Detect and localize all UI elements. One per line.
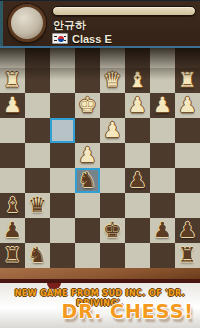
square[interactable]: ♟ bbox=[175, 218, 200, 243]
player-info-bar: 안규하 Class E bbox=[0, 0, 200, 46]
square[interactable] bbox=[175, 193, 200, 218]
square[interactable] bbox=[150, 168, 175, 193]
square[interactable] bbox=[0, 143, 25, 168]
black-king-piece[interactable]: ♚ bbox=[103, 219, 122, 242]
korea-flag-icon bbox=[52, 33, 68, 44]
square[interactable]: ♛ bbox=[25, 193, 50, 218]
black-queen-piece[interactable]: ♛ bbox=[28, 194, 47, 217]
square[interactable]: ♜ bbox=[175, 68, 200, 93]
square[interactable]: ♟ bbox=[150, 93, 175, 118]
square[interactable] bbox=[25, 93, 50, 118]
square[interactable] bbox=[50, 168, 75, 193]
square[interactable]: ♟ bbox=[150, 218, 175, 243]
square[interactable]: ♟ bbox=[175, 93, 200, 118]
square[interactable] bbox=[50, 118, 75, 143]
square[interactable] bbox=[25, 218, 50, 243]
square[interactable] bbox=[50, 193, 75, 218]
square[interactable]: ♛ bbox=[100, 68, 125, 93]
square[interactable]: ♜ bbox=[0, 68, 25, 93]
black-bishop-piece[interactable]: ♝ bbox=[3, 194, 22, 217]
ad-banner-line2: DR. CHESS! bbox=[0, 299, 194, 322]
white-queen-piece[interactable]: ♛ bbox=[103, 69, 122, 92]
avatar[interactable] bbox=[8, 4, 46, 42]
square[interactable] bbox=[100, 243, 125, 268]
white-rook-piece[interactable]: ♜ bbox=[3, 69, 22, 92]
black-rook-piece[interactable]: ♜ bbox=[3, 244, 22, 267]
square[interactable] bbox=[125, 243, 150, 268]
square[interactable] bbox=[150, 143, 175, 168]
square[interactable]: ♟ bbox=[75, 143, 100, 168]
square[interactable] bbox=[75, 243, 100, 268]
square[interactable] bbox=[125, 218, 150, 243]
square[interactable] bbox=[175, 168, 200, 193]
square[interactable] bbox=[150, 68, 175, 93]
square[interactable]: ♜ bbox=[0, 243, 25, 268]
square[interactable] bbox=[75, 68, 100, 93]
square[interactable] bbox=[25, 118, 50, 143]
square[interactable]: ♞ bbox=[75, 168, 100, 193]
black-knight-piece[interactable]: ♞ bbox=[78, 169, 97, 192]
square[interactable] bbox=[100, 168, 125, 193]
square[interactable]: ♟ bbox=[0, 218, 25, 243]
square[interactable]: ♚ bbox=[75, 93, 100, 118]
black-rook-piece[interactable]: ♜ bbox=[178, 244, 197, 267]
black-pawn-piece[interactable]: ♟ bbox=[128, 169, 147, 192]
square[interactable] bbox=[25, 68, 50, 93]
square[interactable] bbox=[100, 143, 125, 168]
square[interactable] bbox=[125, 143, 150, 168]
square[interactable] bbox=[25, 143, 50, 168]
square[interactable]: ♝ bbox=[125, 68, 150, 93]
square[interactable]: ♟ bbox=[0, 93, 25, 118]
square[interactable] bbox=[25, 168, 50, 193]
square[interactable] bbox=[50, 143, 75, 168]
square[interactable]: ♚ bbox=[100, 218, 125, 243]
square[interactable] bbox=[75, 218, 100, 243]
white-pawn-piece[interactable]: ♟ bbox=[3, 94, 22, 117]
chess-board[interactable]: ♜♛♝♜♟♚♟♟♟♟♟♞♟♝♛♟♚♟♟♜♞♜ bbox=[0, 68, 200, 268]
black-pawn-piece[interactable]: ♟ bbox=[153, 219, 172, 242]
player-class-label: Class E bbox=[72, 33, 112, 45]
white-pawn-piece[interactable]: ♟ bbox=[78, 144, 97, 167]
black-knight-piece[interactable]: ♞ bbox=[28, 244, 47, 267]
player-name: 안규하 bbox=[53, 19, 193, 32]
square[interactable] bbox=[100, 93, 125, 118]
square[interactable]: ♝ bbox=[0, 193, 25, 218]
square[interactable] bbox=[0, 118, 25, 143]
square[interactable] bbox=[50, 93, 75, 118]
square[interactable]: ♟ bbox=[125, 93, 150, 118]
square[interactable] bbox=[175, 118, 200, 143]
white-bishop-piece[interactable]: ♝ bbox=[128, 69, 147, 92]
white-pawn-piece[interactable]: ♟ bbox=[103, 119, 122, 142]
black-pawn-piece[interactable]: ♟ bbox=[178, 219, 197, 242]
square[interactable]: ♟ bbox=[100, 118, 125, 143]
board-front-edge bbox=[0, 268, 200, 279]
square[interactable] bbox=[75, 118, 100, 143]
white-king-piece[interactable]: ♚ bbox=[78, 94, 97, 117]
square[interactable] bbox=[150, 118, 175, 143]
square[interactable] bbox=[50, 218, 75, 243]
square[interactable] bbox=[50, 68, 75, 93]
square[interactable]: ♞ bbox=[25, 243, 50, 268]
black-pawn-piece[interactable]: ♟ bbox=[3, 219, 22, 242]
screen-edge-strip bbox=[0, 1, 3, 47]
square[interactable] bbox=[150, 243, 175, 268]
square[interactable] bbox=[150, 193, 175, 218]
square[interactable] bbox=[50, 243, 75, 268]
square[interactable] bbox=[0, 168, 25, 193]
white-pawn-piece[interactable]: ♟ bbox=[128, 94, 147, 117]
square[interactable] bbox=[100, 193, 125, 218]
square[interactable] bbox=[75, 193, 100, 218]
xp-progress-bar bbox=[52, 6, 196, 16]
square[interactable] bbox=[125, 193, 150, 218]
white-pawn-piece[interactable]: ♟ bbox=[178, 94, 197, 117]
ad-banner[interactable]: NEW GAME FROM SUD INC. OF 'DR. DRIVING',… bbox=[0, 283, 200, 328]
square[interactable] bbox=[175, 143, 200, 168]
square[interactable] bbox=[125, 118, 150, 143]
square[interactable]: ♟ bbox=[125, 168, 150, 193]
board-back-shadow bbox=[0, 48, 200, 68]
square[interactable]: ♜ bbox=[175, 243, 200, 268]
white-pawn-piece[interactable]: ♟ bbox=[153, 94, 172, 117]
white-rook-piece[interactable]: ♜ bbox=[178, 69, 197, 92]
